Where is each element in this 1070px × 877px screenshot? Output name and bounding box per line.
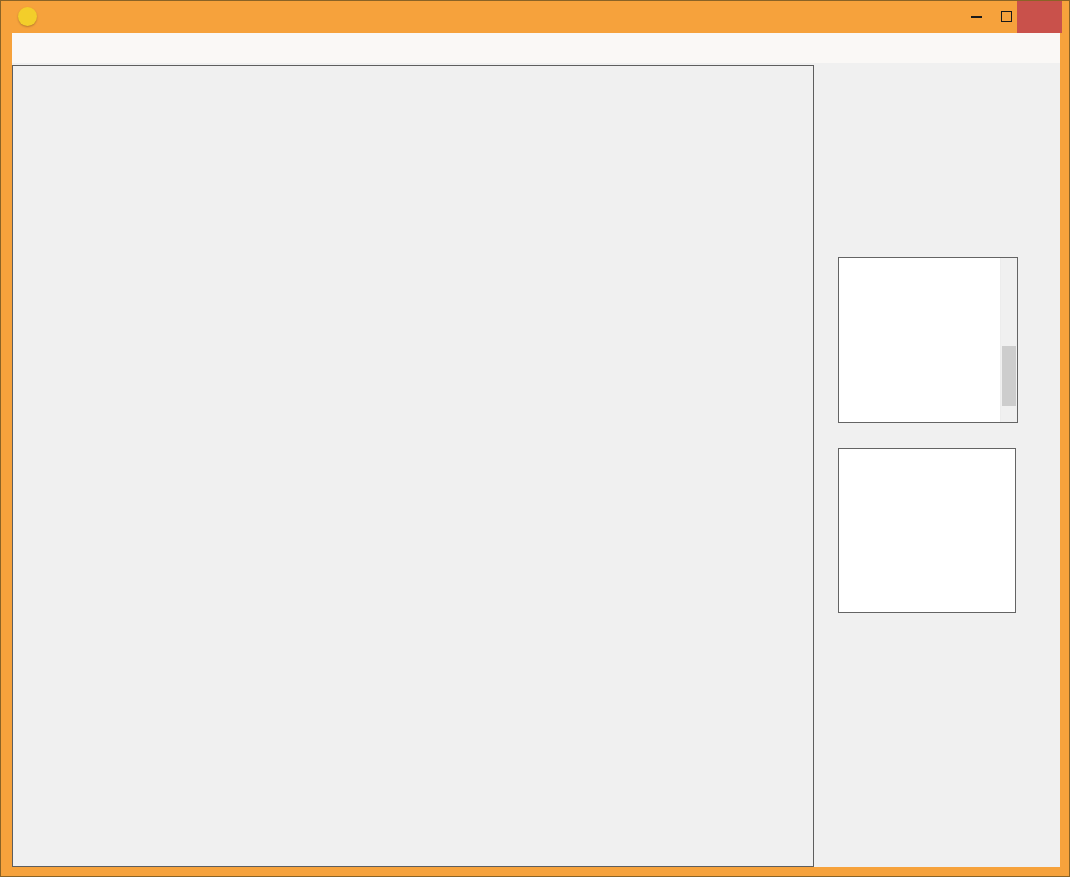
content-area — [12, 63, 1060, 867]
minimize-button[interactable] — [962, 0, 990, 33]
maximize-icon — [1001, 11, 1012, 22]
close-button[interactable] — [1017, 1, 1062, 33]
scrollbar-thumb[interactable] — [1002, 346, 1016, 406]
move-list-scrollbar[interactable] — [1000, 258, 1017, 422]
evaluation-graph — [838, 448, 1016, 613]
scroll-down-icon[interactable] — [1001, 405, 1017, 422]
chess-board — [12, 65, 814, 867]
app-window — [0, 0, 1070, 877]
scroll-up-icon[interactable] — [1001, 258, 1017, 275]
move-list — [838, 257, 1018, 423]
engine-panel — [814, 63, 1060, 867]
menu-bar — [12, 33, 1060, 63]
maximize-button[interactable] — [992, 0, 1020, 33]
title-bar — [0, 0, 1070, 33]
engine-stats — [838, 147, 1018, 156]
window-title — [0, 0, 1070, 33]
resize-arrows-icon[interactable] — [913, 0, 939, 33]
minimize-icon — [971, 16, 982, 18]
